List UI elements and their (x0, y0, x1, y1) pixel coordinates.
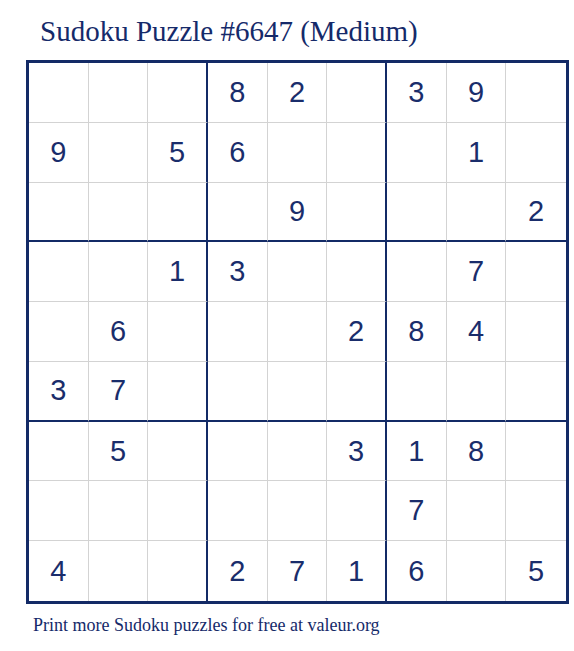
cell-r4c3[interactable]: 1 (148, 242, 208, 302)
cell-r6c6[interactable] (327, 362, 387, 422)
cell-r1c2[interactable] (89, 63, 149, 123)
cell-r1c8[interactable]: 9 (447, 63, 507, 123)
cell-r4c9[interactable] (506, 242, 566, 302)
cell-r3c6[interactable] (327, 183, 387, 243)
cell-r9c9[interactable]: 5 (506, 541, 566, 601)
cell-r1c3[interactable] (148, 63, 208, 123)
cell-r1c9[interactable] (506, 63, 566, 123)
cell-r8c1[interactable] (29, 481, 89, 541)
cell-r6c5[interactable] (268, 362, 328, 422)
cell-r6c4[interactable] (208, 362, 268, 422)
cell-r7c4[interactable] (208, 422, 268, 482)
cell-r3c9[interactable]: 2 (506, 183, 566, 243)
cell-r7c9[interactable] (506, 422, 566, 482)
cell-r5c7[interactable]: 8 (387, 302, 447, 362)
cell-r2c9[interactable] (506, 123, 566, 183)
cell-r5c2[interactable]: 6 (89, 302, 149, 362)
cell-r5c8[interactable]: 4 (447, 302, 507, 362)
cell-r6c3[interactable] (148, 362, 208, 422)
cell-r1c6[interactable] (327, 63, 387, 123)
cell-r6c9[interactable] (506, 362, 566, 422)
cell-r8c5[interactable] (268, 481, 328, 541)
cell-r3c7[interactable] (387, 183, 447, 243)
cell-r8c8[interactable] (447, 481, 507, 541)
cell-r8c6[interactable] (327, 481, 387, 541)
cell-r2c8[interactable]: 1 (447, 123, 507, 183)
cell-r6c8[interactable] (447, 362, 507, 422)
cell-r9c6[interactable]: 1 (327, 541, 387, 601)
cell-r6c7[interactable] (387, 362, 447, 422)
cell-r1c5[interactable]: 2 (268, 63, 328, 123)
cell-r9c8[interactable] (447, 541, 507, 601)
cell-r5c5[interactable] (268, 302, 328, 362)
cell-r7c2[interactable]: 5 (89, 422, 149, 482)
cell-r9c4[interactable]: 2 (208, 541, 268, 601)
cell-r8c9[interactable] (506, 481, 566, 541)
cell-r4c6[interactable] (327, 242, 387, 302)
cell-r3c5[interactable]: 9 (268, 183, 328, 243)
cell-r7c5[interactable] (268, 422, 328, 482)
cell-r1c7[interactable]: 3 (387, 63, 447, 123)
cell-r4c2[interactable] (89, 242, 149, 302)
cell-r5c6[interactable]: 2 (327, 302, 387, 362)
cell-r7c8[interactable]: 8 (447, 422, 507, 482)
footer-text: Print more Sudoku puzzles for free at va… (33, 615, 380, 636)
cell-r9c3[interactable] (148, 541, 208, 601)
cell-r1c1[interactable] (29, 63, 89, 123)
cell-r7c6[interactable]: 3 (327, 422, 387, 482)
cell-r5c9[interactable] (506, 302, 566, 362)
cell-r5c4[interactable] (208, 302, 268, 362)
cell-r1c4[interactable]: 8 (208, 63, 268, 123)
cell-r8c2[interactable] (89, 481, 149, 541)
cell-r2c4[interactable]: 6 (208, 123, 268, 183)
cell-r4c1[interactable] (29, 242, 89, 302)
cell-r5c1[interactable] (29, 302, 89, 362)
cell-r4c4[interactable]: 3 (208, 242, 268, 302)
cell-r6c1[interactable]: 3 (29, 362, 89, 422)
cell-r3c2[interactable] (89, 183, 149, 243)
cell-r5c3[interactable] (148, 302, 208, 362)
cell-r2c1[interactable]: 9 (29, 123, 89, 183)
cell-r4c7[interactable] (387, 242, 447, 302)
cell-r3c4[interactable] (208, 183, 268, 243)
cell-r4c5[interactable] (268, 242, 328, 302)
cell-r8c7[interactable]: 7 (387, 481, 447, 541)
cell-r9c2[interactable] (89, 541, 149, 601)
page-title: Sudoku Puzzle #6647 (Medium) (40, 15, 418, 48)
sudoku-grid: 823995619213762843753187427165 (26, 60, 569, 604)
cell-r2c7[interactable] (387, 123, 447, 183)
cell-r3c3[interactable] (148, 183, 208, 243)
cell-r7c1[interactable] (29, 422, 89, 482)
cell-r2c2[interactable] (89, 123, 149, 183)
cell-r9c5[interactable]: 7 (268, 541, 328, 601)
cell-r9c1[interactable]: 4 (29, 541, 89, 601)
cell-r2c6[interactable] (327, 123, 387, 183)
cell-r9c7[interactable]: 6 (387, 541, 447, 601)
cell-r3c8[interactable] (447, 183, 507, 243)
cell-r7c7[interactable]: 1 (387, 422, 447, 482)
cell-r8c4[interactable] (208, 481, 268, 541)
cell-r3c1[interactable] (29, 183, 89, 243)
cell-r4c8[interactable]: 7 (447, 242, 507, 302)
cell-r2c5[interactable] (268, 123, 328, 183)
cell-r7c3[interactable] (148, 422, 208, 482)
cell-r8c3[interactable] (148, 481, 208, 541)
cell-r2c3[interactable]: 5 (148, 123, 208, 183)
cell-r6c2[interactable]: 7 (89, 362, 149, 422)
